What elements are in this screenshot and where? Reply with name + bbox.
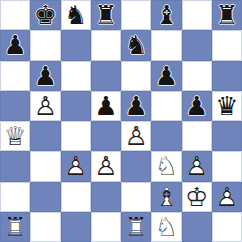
- black-pawn-icon: ♟︎: [3, 32, 26, 58]
- square-g3[interactable]: ♟︎♙︎: [182, 151, 212, 181]
- square-e8[interactable]: [121, 0, 151, 30]
- white-king-icon: ♚︎: [185, 184, 208, 210]
- square-d3[interactable]: ♟︎♙︎: [91, 151, 121, 181]
- piece-black-pawn[interactable]: ♟︎: [0, 30, 30, 60]
- square-a6[interactable]: [0, 61, 30, 91]
- white-queen-outline-icon: ♕︎: [3, 123, 26, 149]
- piece-white-king[interactable]: ♚︎♔︎: [182, 182, 212, 212]
- piece-black-bishop[interactable]: ♝︎: [151, 0, 181, 30]
- white-pawn-outline-icon: ♙︎: [94, 153, 117, 179]
- black-pawn-icon: ♟︎: [155, 63, 178, 89]
- white-pawn-outline-icon: ♙︎: [124, 123, 147, 149]
- square-f4[interactable]: [151, 121, 181, 151]
- white-bishop-outline-icon: ♗︎: [155, 184, 178, 210]
- square-c6[interactable]: [61, 61, 91, 91]
- white-rook-icon: ♜︎: [3, 214, 26, 240]
- square-g4[interactable]: [182, 121, 212, 151]
- piece-black-knight[interactable]: ♞︎: [61, 0, 91, 30]
- piece-black-knight[interactable]: ♞︎: [121, 30, 151, 60]
- black-knight-icon: ♞︎: [124, 32, 147, 58]
- white-bishop-icon: ♝︎: [155, 184, 178, 210]
- piece-black-rook[interactable]: ♜︎: [91, 0, 121, 30]
- square-d4[interactable]: [91, 121, 121, 151]
- piece-black-rook[interactable]: ♜︎: [212, 0, 242, 30]
- piece-white-rook[interactable]: ♜︎♖︎: [121, 212, 151, 242]
- square-b8[interactable]: ♚︎: [30, 0, 60, 30]
- square-f5[interactable]: [151, 91, 181, 121]
- black-rook-icon: ♜︎: [215, 2, 238, 28]
- piece-white-pawn[interactable]: ♟︎♙︎: [61, 151, 91, 181]
- black-pawn-icon: ♟︎: [124, 93, 147, 119]
- white-rook-outline-icon: ♖︎: [3, 214, 26, 240]
- square-b6[interactable]: ♟︎: [30, 61, 60, 91]
- square-c3[interactable]: ♟︎♙︎: [61, 151, 91, 181]
- square-d5[interactable]: ♟︎: [91, 91, 121, 121]
- white-pawn-icon: ♟︎: [94, 153, 117, 179]
- square-f6[interactable]: ♟︎: [151, 61, 181, 91]
- square-h3[interactable]: [212, 151, 242, 181]
- square-d6[interactable]: [91, 61, 121, 91]
- piece-white-pawn[interactable]: ♟︎♙︎: [182, 151, 212, 181]
- square-f7[interactable]: [151, 30, 181, 60]
- square-a3[interactable]: [0, 151, 30, 181]
- square-a1[interactable]: ♜︎♖︎: [0, 212, 30, 242]
- piece-white-knight[interactable]: ♞︎♘︎: [151, 151, 181, 181]
- white-pawn-icon: ♟︎: [64, 153, 87, 179]
- piece-white-rook[interactable]: ♜︎♖︎: [0, 212, 30, 242]
- white-pawn-icon: ♟︎: [215, 184, 238, 210]
- square-b1[interactable]: [30, 212, 60, 242]
- square-f8[interactable]: ♝︎: [151, 0, 181, 30]
- white-knight-outline-icon: ♘︎: [155, 214, 178, 240]
- white-king-outline-icon: ♔︎: [185, 184, 208, 210]
- square-e4[interactable]: ♟︎♙︎: [121, 121, 151, 151]
- square-f1[interactable]: ♞︎♘︎: [151, 212, 181, 242]
- white-pawn-icon: ♟︎: [34, 93, 57, 119]
- square-h4[interactable]: [212, 121, 242, 151]
- white-queen-icon: ♛︎: [3, 123, 26, 149]
- black-pawn-icon: ♟︎: [94, 93, 117, 119]
- white-knight-icon: ♞︎: [155, 153, 178, 179]
- square-g7[interactable]: [182, 30, 212, 60]
- square-b3[interactable]: [30, 151, 60, 181]
- square-b2[interactable]: [30, 182, 60, 212]
- square-d7[interactable]: [91, 30, 121, 60]
- black-knight-icon: ♞︎: [64, 2, 87, 28]
- square-b7[interactable]: [30, 30, 60, 60]
- black-pawn-icon: ♟︎: [34, 63, 57, 89]
- piece-white-pawn[interactable]: ♟︎♙︎: [212, 182, 242, 212]
- square-a5[interactable]: [0, 91, 30, 121]
- square-e7[interactable]: ♞︎: [121, 30, 151, 60]
- square-e1[interactable]: ♜︎♖︎: [121, 212, 151, 242]
- piece-black-queen[interactable]: ♛︎: [212, 91, 242, 121]
- square-f3[interactable]: ♞︎♘︎: [151, 151, 181, 181]
- square-h2[interactable]: ♟︎♙︎: [212, 182, 242, 212]
- square-c2[interactable]: [61, 182, 91, 212]
- square-a2[interactable]: [0, 182, 30, 212]
- black-king-icon: ♚︎: [34, 2, 57, 28]
- square-d8[interactable]: ♜︎: [91, 0, 121, 30]
- square-e6[interactable]: [121, 61, 151, 91]
- square-h6[interactable]: [212, 61, 242, 91]
- square-a7[interactable]: ♟︎: [0, 30, 30, 60]
- piece-black-pawn[interactable]: ♟︎: [30, 61, 60, 91]
- square-g5[interactable]: ♟︎: [182, 91, 212, 121]
- square-f2[interactable]: ♝︎♗︎: [151, 182, 181, 212]
- square-h7[interactable]: [212, 30, 242, 60]
- square-h1[interactable]: [212, 212, 242, 242]
- white-pawn-outline-icon: ♙︎: [64, 153, 87, 179]
- black-bishop-icon: ♝︎: [155, 2, 178, 28]
- white-knight-outline-icon: ♘︎: [155, 153, 178, 179]
- square-a8[interactable]: [0, 0, 30, 30]
- square-c1[interactable]: [61, 212, 91, 242]
- white-pawn-outline-icon: ♙︎: [34, 93, 57, 119]
- piece-white-bishop[interactable]: ♝︎♗︎: [151, 182, 181, 212]
- white-knight-icon: ♞︎: [155, 214, 178, 240]
- square-c8[interactable]: ♞︎: [61, 0, 91, 30]
- square-b5[interactable]: ♟︎♙︎: [30, 91, 60, 121]
- white-rook-outline-icon: ♖︎: [124, 214, 147, 240]
- square-c4[interactable]: [61, 121, 91, 151]
- piece-black-pawn[interactable]: ♟︎: [151, 61, 181, 91]
- piece-white-knight[interactable]: ♞︎♘︎: [151, 212, 181, 242]
- black-rook-icon: ♜︎: [94, 2, 117, 28]
- white-pawn-outline-icon: ♙︎: [215, 184, 238, 210]
- piece-white-pawn[interactable]: ♟︎♙︎: [91, 151, 121, 181]
- black-pawn-icon: ♟︎: [185, 93, 208, 119]
- square-e3[interactable]: [121, 151, 151, 181]
- square-h5[interactable]: ♛︎: [212, 91, 242, 121]
- square-g8[interactable]: [182, 0, 212, 30]
- piece-white-pawn[interactable]: ♟︎♙︎: [121, 121, 151, 151]
- piece-black-pawn[interactable]: ♟︎: [182, 91, 212, 121]
- square-d1[interactable]: [91, 212, 121, 242]
- piece-white-pawn[interactable]: ♟︎♙︎: [30, 91, 60, 121]
- square-a4[interactable]: ♛︎♕︎: [0, 121, 30, 151]
- square-c5[interactable]: [61, 91, 91, 121]
- square-h8[interactable]: ♜︎: [212, 0, 242, 30]
- black-queen-icon: ♛︎: [215, 93, 238, 119]
- square-g2[interactable]: ♚︎♔︎: [182, 182, 212, 212]
- square-e5[interactable]: ♟︎: [121, 91, 151, 121]
- piece-black-pawn[interactable]: ♟︎: [91, 91, 121, 121]
- piece-black-pawn[interactable]: ♟︎: [121, 91, 151, 121]
- piece-black-king[interactable]: ♚︎: [30, 0, 60, 30]
- white-pawn-icon: ♟︎: [185, 153, 208, 179]
- white-pawn-icon: ♟︎: [124, 123, 147, 149]
- white-pawn-outline-icon: ♙︎: [185, 153, 208, 179]
- square-b4[interactable]: [30, 121, 60, 151]
- square-e2[interactable]: [121, 182, 151, 212]
- square-d2[interactable]: [91, 182, 121, 212]
- square-c7[interactable]: [61, 30, 91, 60]
- square-g6[interactable]: [182, 61, 212, 91]
- square-g1[interactable]: [182, 212, 212, 242]
- chess-board: ♚︎♞︎♜︎♝︎♜︎♟︎♞︎♟︎♟︎♟︎♙︎♟︎♟︎♟︎♛︎♛︎♕︎♟︎♙︎♟︎…: [0, 0, 242, 242]
- white-rook-icon: ♜︎: [124, 214, 147, 240]
- piece-white-queen[interactable]: ♛︎♕︎: [0, 121, 30, 151]
